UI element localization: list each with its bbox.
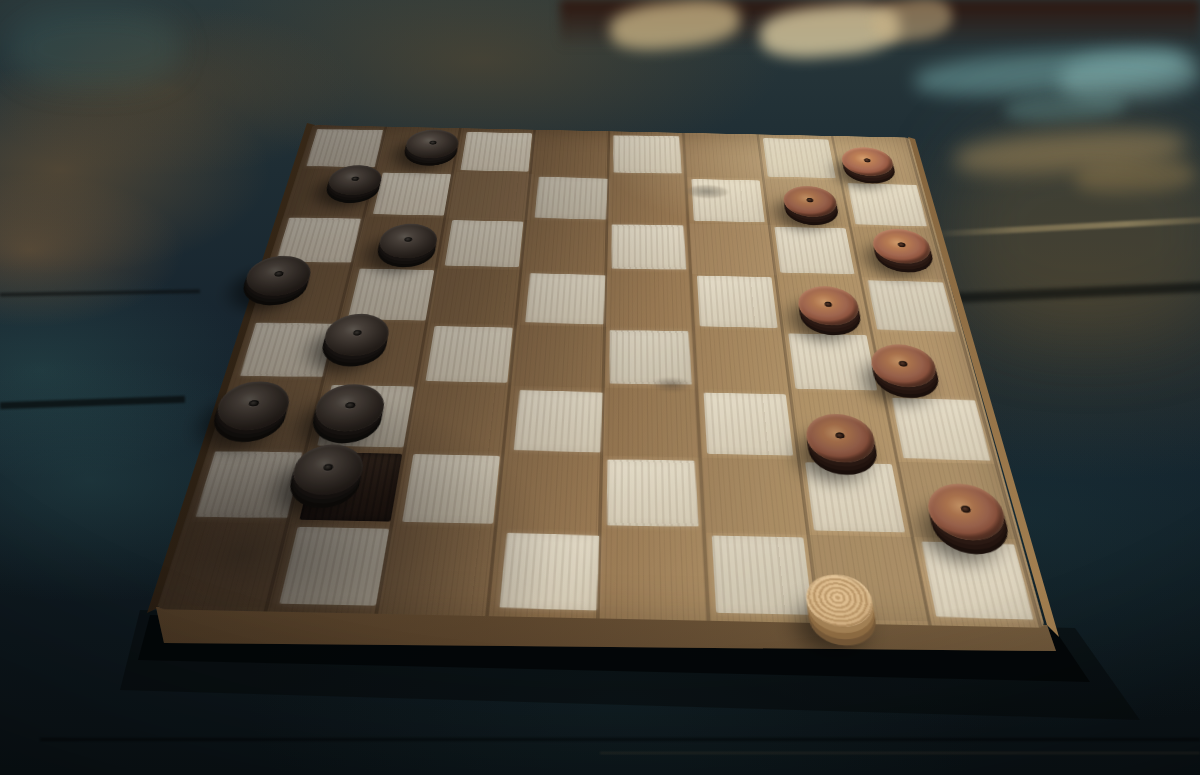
checker-center-hole bbox=[429, 141, 436, 145]
checker-dark-8-b7[interactable] bbox=[287, 444, 367, 496]
checker-center-hole bbox=[404, 237, 412, 242]
checker-center-hole bbox=[898, 361, 907, 367]
checker-brown-6-g6[interactable] bbox=[804, 414, 878, 463]
checker-center-hole bbox=[351, 177, 359, 181]
checker-center-hole bbox=[806, 198, 814, 202]
checker-brown-7-h7[interactable] bbox=[923, 483, 1012, 541]
checker-dark-3-b3[interactable] bbox=[376, 223, 440, 259]
checker-center-hole bbox=[353, 330, 362, 336]
checker-brown-1-h1[interactable] bbox=[839, 147, 896, 177]
checker-dark-2-a2[interactable] bbox=[324, 165, 384, 196]
checker-dark-7-b6[interactable] bbox=[310, 383, 388, 432]
checker-center-hole bbox=[345, 402, 355, 408]
checker-center-hole bbox=[824, 301, 833, 306]
checker-center-hole bbox=[897, 242, 905, 247]
checker-center-hole bbox=[248, 400, 259, 407]
checker-brown-2-g2[interactable] bbox=[782, 185, 840, 217]
checkers-board[interactable] bbox=[157, 125, 1046, 628]
checker-brown-5-h5[interactable] bbox=[868, 344, 940, 388]
checker-center-hole bbox=[835, 433, 845, 439]
checker-brown-3-h3[interactable] bbox=[870, 229, 935, 265]
checker-center-hole bbox=[323, 464, 333, 471]
checker-dark-5-b5[interactable] bbox=[320, 314, 392, 357]
checker-brown-4-g4[interactable] bbox=[796, 286, 862, 326]
pieces-layer bbox=[163, 127, 1039, 624]
scene bbox=[0, 0, 1200, 775]
checker-dark-1-b1[interactable] bbox=[403, 129, 461, 159]
checker-center-hole bbox=[960, 505, 971, 513]
checker-center-hole bbox=[274, 271, 284, 276]
checker-center-hole bbox=[863, 158, 870, 162]
checker-pine-1-g8[interactable] bbox=[803, 573, 876, 627]
